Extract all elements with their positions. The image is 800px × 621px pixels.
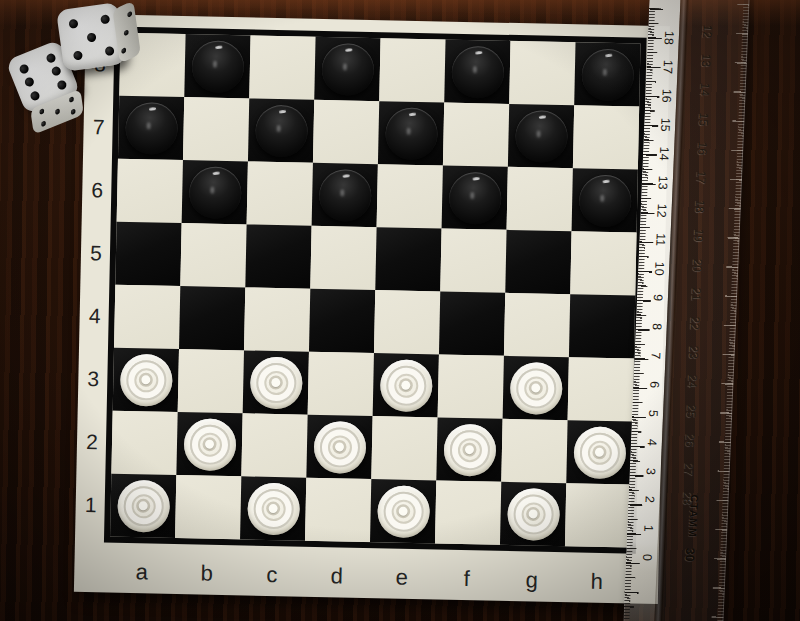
square-e4[interactable]	[374, 290, 440, 354]
file-labels: abcdefgh	[109, 557, 630, 598]
piece-white-e3[interactable]	[379, 359, 432, 412]
file-label: g	[499, 565, 565, 596]
piece-white-d2[interactable]	[313, 420, 366, 473]
piece-white-e1[interactable]	[377, 485, 430, 538]
square-a2[interactable]	[111, 411, 177, 475]
die-pip	[29, 90, 41, 102]
square-g6[interactable]	[507, 167, 573, 231]
die-pip	[45, 52, 57, 64]
square-b1[interactable]	[175, 475, 241, 539]
square-h3[interactable]	[568, 357, 634, 421]
ruler-end-number: 30	[683, 544, 697, 565]
ruler-brand: СТАММ	[687, 492, 701, 540]
piece-white-c1[interactable]	[247, 482, 300, 535]
square-g5[interactable]	[505, 230, 571, 294]
file-label: h	[564, 566, 630, 597]
piece-black-h8[interactable]	[581, 48, 634, 101]
ruler-right-number: 17	[695, 168, 708, 186]
square-e1[interactable]	[370, 479, 436, 543]
ruler-right-number: 19	[692, 226, 705, 244]
die-pip	[24, 77, 36, 89]
ruler-right-number: 22	[689, 314, 702, 332]
square-f5[interactable]	[440, 228, 506, 292]
square-g7[interactable]	[508, 104, 574, 168]
ruler-right-number: 20	[691, 256, 704, 274]
ruler-right-number: 18	[693, 197, 706, 215]
square-g1[interactable]	[500, 482, 566, 546]
die-pip	[40, 121, 45, 128]
file-label: c	[239, 559, 305, 590]
square-c3[interactable]	[243, 350, 309, 414]
ruler-left-number: 18	[663, 30, 676, 46]
square-b4[interactable]	[179, 286, 245, 350]
square-f4[interactable]	[439, 291, 505, 355]
ruler-left-number: 0	[641, 549, 654, 565]
square-c1[interactable]	[240, 476, 306, 540]
square-h8[interactable]	[574, 42, 640, 106]
square-a6[interactable]	[117, 159, 183, 223]
square-d3[interactable]	[308, 352, 374, 416]
ruler-left-number: 6	[648, 376, 661, 392]
ruler-left-number: 9	[652, 289, 665, 305]
square-d1[interactable]	[305, 478, 371, 542]
file-label: f	[434, 563, 500, 594]
square-c4[interactable]	[244, 287, 310, 351]
piece-black-b8[interactable]	[191, 40, 244, 93]
square-a7[interactable]	[118, 96, 184, 160]
ruler-right-number: 15	[697, 110, 710, 128]
square-e7[interactable]	[378, 101, 444, 165]
square-b8[interactable]	[184, 34, 250, 98]
square-b7[interactable]	[183, 97, 249, 161]
ruler-right-number: 26	[684, 431, 697, 449]
die-pip	[68, 18, 78, 28]
ruler-left-number: 16	[660, 87, 673, 103]
square-f2[interactable]	[436, 417, 502, 481]
file-label: d	[304, 561, 370, 592]
ruler-left-number: 10	[653, 261, 666, 277]
piece-black-d8[interactable]	[321, 42, 374, 95]
piece-black-d6[interactable]	[318, 168, 371, 221]
piece-white-h2[interactable]	[573, 426, 626, 479]
die-pip	[72, 50, 82, 60]
square-g2[interactable]	[501, 419, 567, 483]
ruler-left-number: 1	[642, 520, 655, 536]
rank-label: 6	[84, 158, 111, 222]
piece-black-f8[interactable]	[451, 45, 504, 98]
piece-black-e7[interactable]	[385, 107, 438, 160]
die-pip	[18, 63, 30, 75]
square-h4[interactable]	[569, 294, 635, 358]
square-g4[interactable]	[504, 293, 570, 357]
ruler-left-number: 3	[644, 463, 657, 479]
square-d6[interactable]	[312, 163, 378, 227]
piece-black-b6[interactable]	[188, 166, 241, 219]
piece-white-g1[interactable]	[507, 487, 560, 540]
ruler-right-number: 27	[682, 460, 695, 478]
square-g3[interactable]	[503, 356, 569, 420]
square-b2[interactable]	[176, 412, 242, 476]
square-d2[interactable]	[306, 415, 372, 479]
square-b6[interactable]	[182, 160, 248, 224]
square-a1[interactable]	[110, 474, 176, 538]
square-c8[interactable]	[249, 35, 315, 99]
board-grid	[104, 27, 647, 554]
piece-black-a7[interactable]	[125, 101, 178, 154]
file-label: e	[369, 562, 435, 593]
piece-white-a1[interactable]	[117, 479, 170, 532]
square-a4[interactable]	[114, 285, 180, 349]
ruler-left-number: 12	[655, 203, 668, 219]
ruler-left-number: 13	[656, 174, 669, 190]
rank-label: 4	[81, 284, 108, 348]
square-f6[interactable]	[442, 166, 508, 230]
ruler-left-number: 8	[650, 318, 663, 334]
ruler-left-number: 11	[654, 232, 667, 248]
table-surface: 87654321 abcdefgh 1817161514131211109876…	[0, 0, 800, 621]
square-g8[interactable]	[509, 41, 575, 105]
square-f7[interactable]	[443, 103, 509, 167]
square-h5[interactable]	[570, 231, 636, 295]
die-pip	[104, 46, 114, 56]
square-e5[interactable]	[375, 227, 441, 291]
rank-label: 3	[80, 347, 107, 411]
square-a5[interactable]	[115, 222, 181, 286]
square-f8[interactable]	[444, 40, 510, 104]
ruler-right-number: 24	[686, 372, 699, 390]
die-pip	[70, 109, 75, 116]
square-e3[interactable]	[373, 353, 439, 417]
ruler-right-number: 14	[698, 81, 711, 99]
rank-label: 2	[78, 410, 105, 474]
piece-black-c7[interactable]	[255, 104, 308, 157]
square-e8[interactable]	[379, 38, 445, 102]
ruler-left-number: 14	[658, 145, 671, 161]
square-h2[interactable]	[566, 420, 632, 484]
die-pip	[100, 14, 110, 24]
piece-black-g7[interactable]	[515, 110, 568, 163]
file-label: b	[174, 558, 240, 589]
ruler-left-number: 2	[643, 492, 656, 508]
square-e6[interactable]	[377, 164, 443, 228]
square-c2[interactable]	[241, 413, 307, 477]
square-d7[interactable]	[313, 100, 379, 164]
square-h6[interactable]	[572, 168, 638, 232]
ruler-left-number: 17	[661, 58, 674, 74]
square-c5[interactable]	[245, 224, 311, 288]
ruler-right-number: 13	[700, 51, 713, 69]
piece-white-f2[interactable]	[443, 423, 496, 476]
piece-white-a3[interactable]	[119, 353, 172, 406]
square-d8[interactable]	[314, 37, 380, 101]
square-h1[interactable]	[565, 483, 631, 547]
die-2[interactable]	[56, 2, 126, 72]
piece-white-g3[interactable]	[509, 361, 562, 414]
ruler-right-number: 25	[685, 401, 698, 419]
rank-label: 7	[85, 95, 112, 159]
checkers-board: 87654321 abcdefgh	[74, 14, 670, 604]
square-f1[interactable]	[435, 480, 501, 544]
square-c7[interactable]	[248, 98, 314, 162]
ruler-left-number: 5	[647, 405, 660, 421]
square-e2[interactable]	[371, 416, 437, 480]
die-pip	[51, 66, 63, 78]
square-d5[interactable]	[310, 226, 376, 290]
ruler-right-number: 21	[690, 285, 703, 303]
square-b5[interactable]	[180, 223, 246, 287]
ruler-left-number: 7	[649, 347, 662, 363]
ruler-right-number: 16	[696, 139, 709, 157]
file-label: a	[109, 557, 175, 588]
piece-white-b2[interactable]	[183, 418, 236, 471]
square-f3[interactable]	[438, 354, 504, 418]
die-pip	[127, 10, 132, 17]
rank-label: 1	[77, 473, 104, 537]
die-pip	[86, 32, 96, 42]
square-c6[interactable]	[247, 161, 313, 225]
ruler-left-number: 4	[646, 434, 659, 450]
ruler-right-number: 12	[701, 22, 714, 40]
ruler-left-number: 15	[659, 116, 672, 132]
square-h7[interactable]	[573, 105, 639, 169]
square-d4[interactable]	[309, 289, 375, 353]
die-pip	[56, 79, 68, 91]
piece-white-c3[interactable]	[249, 356, 302, 409]
piece-black-f6[interactable]	[448, 171, 501, 224]
rank-label: 5	[82, 221, 109, 285]
square-b3[interactable]	[178, 349, 244, 413]
square-a3[interactable]	[113, 348, 179, 412]
ruler-right-number: 23	[687, 343, 700, 361]
piece-black-h6[interactable]	[578, 174, 631, 227]
